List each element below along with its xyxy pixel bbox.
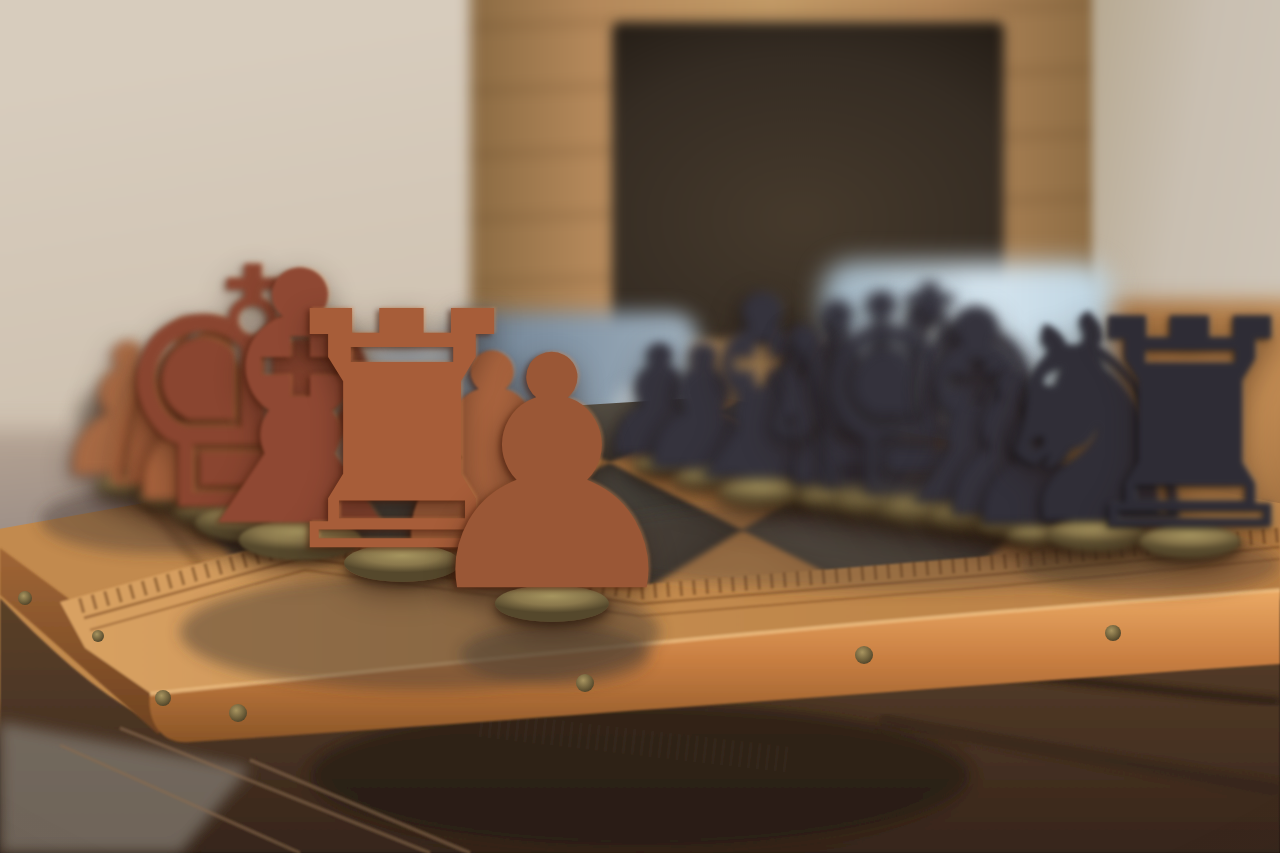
photo-scene: ♟♞♟♚♝♜♟♟♟♟♝♟♞♛♚♝♟♟♞♜	[0, 0, 1280, 853]
brass-stud	[92, 630, 104, 642]
chess-piece-white-pawn: ♟	[495, 370, 609, 618]
brass-stud	[1105, 625, 1121, 641]
rook-glyph: ♜	[1061, 311, 1280, 542]
chess-piece-black-rook: ♜	[1139, 332, 1241, 554]
brass-stud	[229, 704, 247, 722]
brass-stud	[576, 674, 594, 692]
brass-stud	[18, 591, 32, 605]
brass-stud	[155, 690, 171, 706]
pawn-glyph: ♟	[407, 347, 696, 605]
brass-stud	[855, 646, 873, 664]
